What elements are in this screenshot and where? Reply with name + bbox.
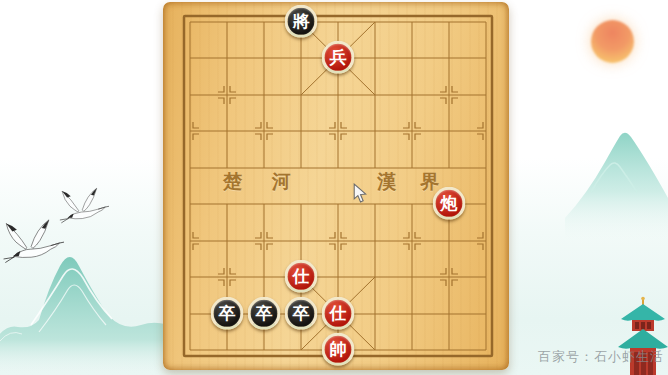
game-scene: 百家号：石小虾生活 楚河 漢界 將兵炮仕卒卒卒仕帥 bbox=[0, 0, 668, 375]
piece-black-general[interactable]: 將 bbox=[285, 5, 318, 38]
piece-red-advisor-1[interactable]: 仕 bbox=[285, 260, 318, 293]
crane-icon bbox=[57, 182, 109, 232]
piece-black-soldier-3[interactable]: 卒 bbox=[285, 296, 318, 329]
piece-black-soldier-1[interactable]: 卒 bbox=[211, 296, 244, 329]
watermark-text: 百家号：石小虾生活 bbox=[538, 348, 668, 366]
crane-icon bbox=[0, 212, 64, 274]
piece-red-soldier[interactable]: 兵 bbox=[322, 41, 355, 74]
xiangqi-board[interactable]: 楚河 漢界 將兵炮仕卒卒卒仕帥 bbox=[163, 2, 509, 370]
pieces-layer: 將兵炮仕卒卒卒仕帥 bbox=[163, 2, 509, 370]
piece-red-cannon[interactable]: 炮 bbox=[433, 187, 466, 220]
piece-red-advisor-2[interactable]: 仕 bbox=[322, 296, 355, 329]
piece-red-general[interactable]: 帥 bbox=[322, 333, 355, 366]
piece-black-soldier-2[interactable]: 卒 bbox=[248, 296, 281, 329]
sun-decoration bbox=[591, 20, 634, 63]
mountain-decoration bbox=[565, 118, 668, 240]
mouse-cursor-icon bbox=[353, 183, 367, 203]
